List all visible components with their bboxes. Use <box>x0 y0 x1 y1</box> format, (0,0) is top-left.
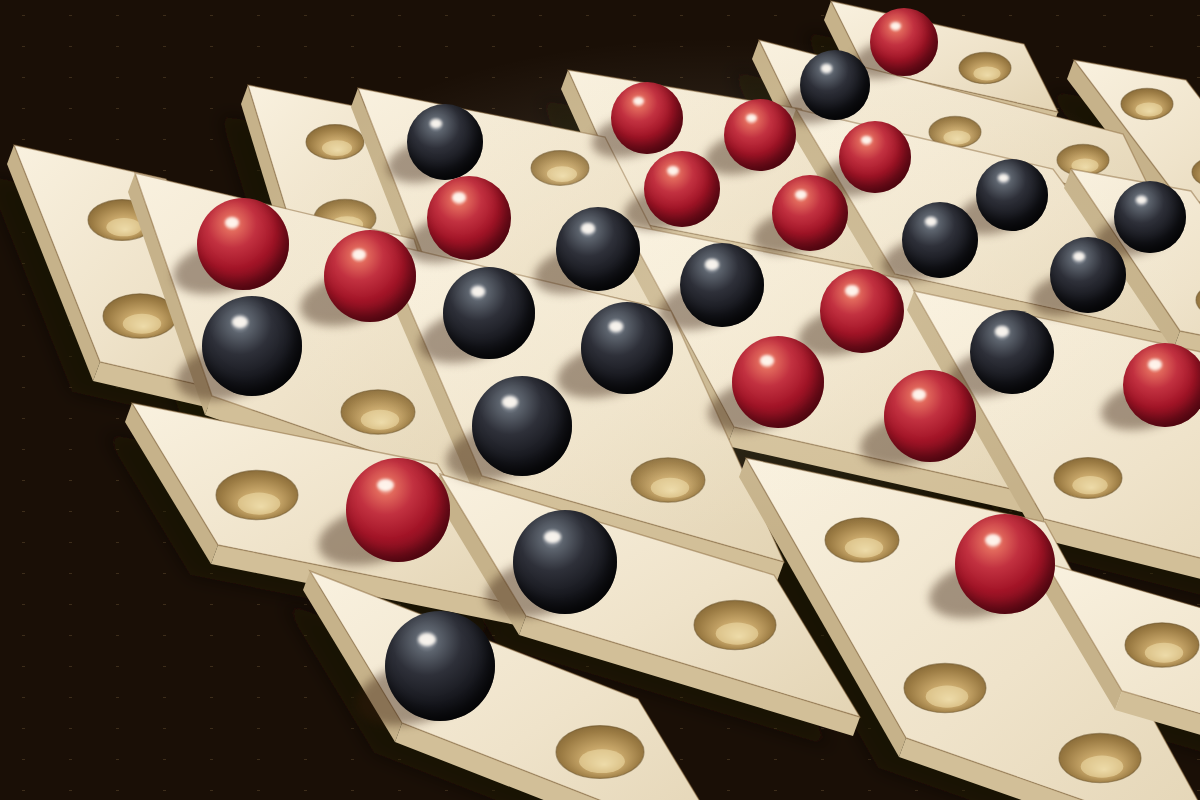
marble-red-c6r6[interactable] <box>955 514 1055 614</box>
marble-red-c3r4[interactable] <box>427 176 511 260</box>
marble-black-c8r2[interactable] <box>976 159 1048 231</box>
marble-red-c2r5[interactable] <box>324 230 416 322</box>
marble-red-c6r3[interactable] <box>772 175 848 251</box>
marble-red-c8r0[interactable] <box>870 8 938 76</box>
marble-red-c1r5[interactable] <box>197 198 289 290</box>
marble-black-c7r4[interactable] <box>970 310 1054 394</box>
marble-red-c5r3[interactable] <box>644 151 720 227</box>
marble-black-c5r4[interactable] <box>680 243 764 327</box>
marble-layer <box>0 0 1200 800</box>
marble-black-c3r6[interactable] <box>472 376 572 476</box>
marble-black-c7r3[interactable] <box>902 202 978 278</box>
marble-black-c3r7[interactable] <box>513 510 617 614</box>
marble-red-c8r4[interactable] <box>1123 343 1200 427</box>
marble-red-c7r2[interactable] <box>839 121 911 193</box>
marble-black-c3r3[interactable] <box>407 104 483 180</box>
marble-black-c4r5[interactable] <box>581 302 673 394</box>
marble-red-c5r5[interactable] <box>732 336 824 428</box>
marble-black-c9r2[interactable] <box>1114 181 1186 253</box>
marble-red-c6r2[interactable] <box>724 99 796 171</box>
marble-black-c3r5[interactable] <box>443 267 535 359</box>
marble-red-c6r4[interactable] <box>820 269 904 353</box>
marble-black-c2r8[interactable] <box>385 611 495 721</box>
marble-black-c4r4[interactable] <box>556 207 640 291</box>
photo-scene <box>0 0 1200 800</box>
marble-black-c1r6[interactable] <box>202 296 302 396</box>
marble-black-c8r3[interactable] <box>1050 237 1126 313</box>
marble-black-c7r1[interactable] <box>800 50 870 120</box>
marble-red-c2r7[interactable] <box>346 458 450 562</box>
marble-red-c5r2[interactable] <box>611 82 683 154</box>
marble-red-c6r5[interactable] <box>884 370 976 462</box>
